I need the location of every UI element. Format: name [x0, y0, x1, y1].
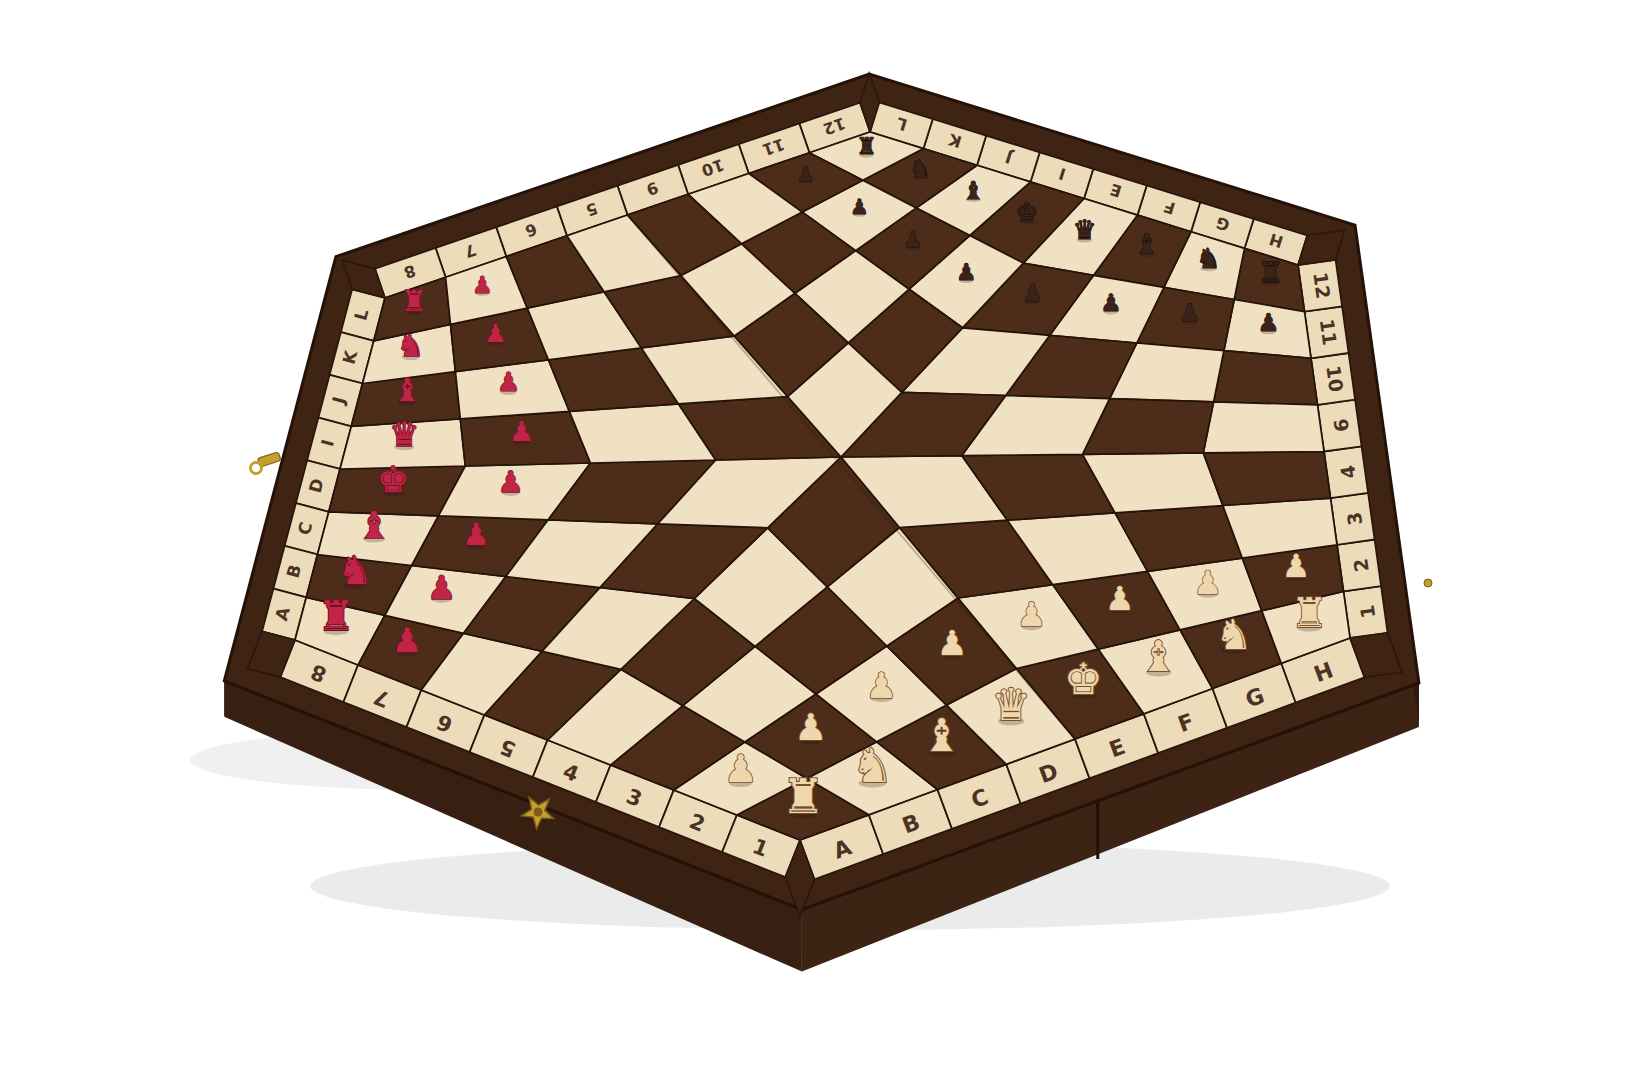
piece-black-rook-h12[interactable]: ♜ — [1258, 256, 1283, 289]
piece-black-pawn-e11[interactable]: ♟ — [1022, 279, 1043, 307]
piece-white-bishop-c1[interactable]: ♝ — [921, 709, 962, 762]
piece-red-pawn-b7[interactable]: ♟ — [427, 569, 456, 607]
piece-black-pawn-h11[interactable]: ♟ — [1257, 308, 1279, 337]
piece-black-pawn-k11[interactable]: ♟ — [850, 195, 869, 219]
piece-black-pawn-g11[interactable]: ♟ — [1179, 299, 1201, 327]
piece-white-pawn-b2[interactable]: ♟ — [795, 706, 828, 749]
piece-black-bishop-j12[interactable]: ♝ — [962, 176, 984, 205]
piece-black-pawn-j11[interactable]: ♟ — [903, 227, 923, 252]
scene: Three-Player Chess (hexagonal 96-cell bo… — [0, 0, 1632, 1084]
piece-white-pawn-a2[interactable]: ♟ — [723, 747, 757, 791]
piece-white-pawn-g2[interactable]: ♟ — [1193, 564, 1222, 602]
coord-label-11: 11 — [1316, 318, 1341, 347]
piece-red-pawn-c7[interactable]: ♟ — [462, 516, 490, 552]
piece-black-king-i12[interactable]: ♚ — [1015, 197, 1038, 227]
piece-red-knight-b8[interactable]: ♞ — [338, 548, 373, 593]
piece-black-pawn-f11[interactable]: ♟ — [1100, 289, 1121, 317]
piece-black-knight-g12[interactable]: ♞ — [1196, 243, 1221, 274]
piece-black-queen-e12[interactable]: ♛ — [1073, 214, 1097, 245]
piece-white-queen-d1[interactable]: ♛ — [991, 679, 1031, 730]
piece-white-pawn-d2[interactable]: ♟ — [937, 623, 968, 663]
coord-label-10: 10 — [1322, 364, 1347, 393]
piece-black-bishop-f12[interactable]: ♝ — [1134, 228, 1158, 259]
piece-black-pawn-l11[interactable]: ♟ — [797, 163, 815, 186]
piece-white-knight-b1[interactable]: ♞ — [852, 739, 894, 793]
piece-red-knight-k8[interactable]: ♞ — [397, 328, 425, 363]
piece-white-king-e1[interactable]: ♚ — [1064, 654, 1103, 704]
piece-black-knight-k12[interactable]: ♞ — [909, 155, 931, 183]
piece-red-pawn-d7[interactable]: ♟ — [497, 465, 523, 499]
piece-white-pawn-h2[interactable]: ♟ — [1282, 547, 1311, 585]
piece-red-pawn-j7[interactable]: ♟ — [497, 367, 520, 397]
hinge-pin — [1424, 579, 1432, 587]
piece-black-rook-l12[interactable]: ♜ — [856, 132, 877, 159]
cell-h9[interactable] — [1203, 402, 1324, 453]
piece-white-pawn-e2[interactable]: ♟ — [1016, 595, 1046, 634]
piece-red-rook-a8[interactable]: ♜ — [318, 592, 355, 640]
piece-red-bishop-c8[interactable]: ♝ — [357, 503, 391, 547]
piece-white-pawn-c2[interactable]: ♟ — [866, 665, 898, 706]
piece-white-rook-a1[interactable]: ♜ — [782, 769, 825, 824]
piece-red-pawn-k7[interactable]: ♟ — [484, 319, 506, 348]
left-latch-ring — [251, 463, 262, 474]
piece-black-pawn-i11[interactable]: ♟ — [956, 259, 977, 285]
cell-h10[interactable] — [1214, 351, 1318, 405]
piece-red-pawn-i7[interactable]: ♟ — [509, 415, 534, 448]
piece-white-bishop-f1[interactable]: ♝ — [1140, 632, 1178, 681]
piece-white-rook-h1[interactable]: ♜ — [1291, 589, 1327, 637]
piece-red-pawn-l7[interactable]: ♟ — [472, 271, 493, 298]
piece-red-bishop-j8[interactable]: ♝ — [393, 371, 422, 409]
three-player-chess-board: LKJIDCBA87654321ABCDEFGH12349101112HGFEI… — [0, 0, 1632, 1084]
piece-red-pawn-a7[interactable]: ♟ — [392, 620, 423, 660]
coord-label-12: 12 — [1309, 271, 1334, 300]
piece-red-rook-l8[interactable]: ♜ — [401, 284, 427, 318]
cell-h4[interactable] — [1203, 452, 1330, 506]
piece-white-pawn-f2[interactable]: ♟ — [1105, 579, 1135, 618]
piece-red-queen-i8[interactable]: ♛ — [389, 414, 419, 454]
piece-red-king-d8[interactable]: ♚ — [377, 459, 409, 500]
piece-white-knight-g1[interactable]: ♞ — [1215, 610, 1252, 659]
